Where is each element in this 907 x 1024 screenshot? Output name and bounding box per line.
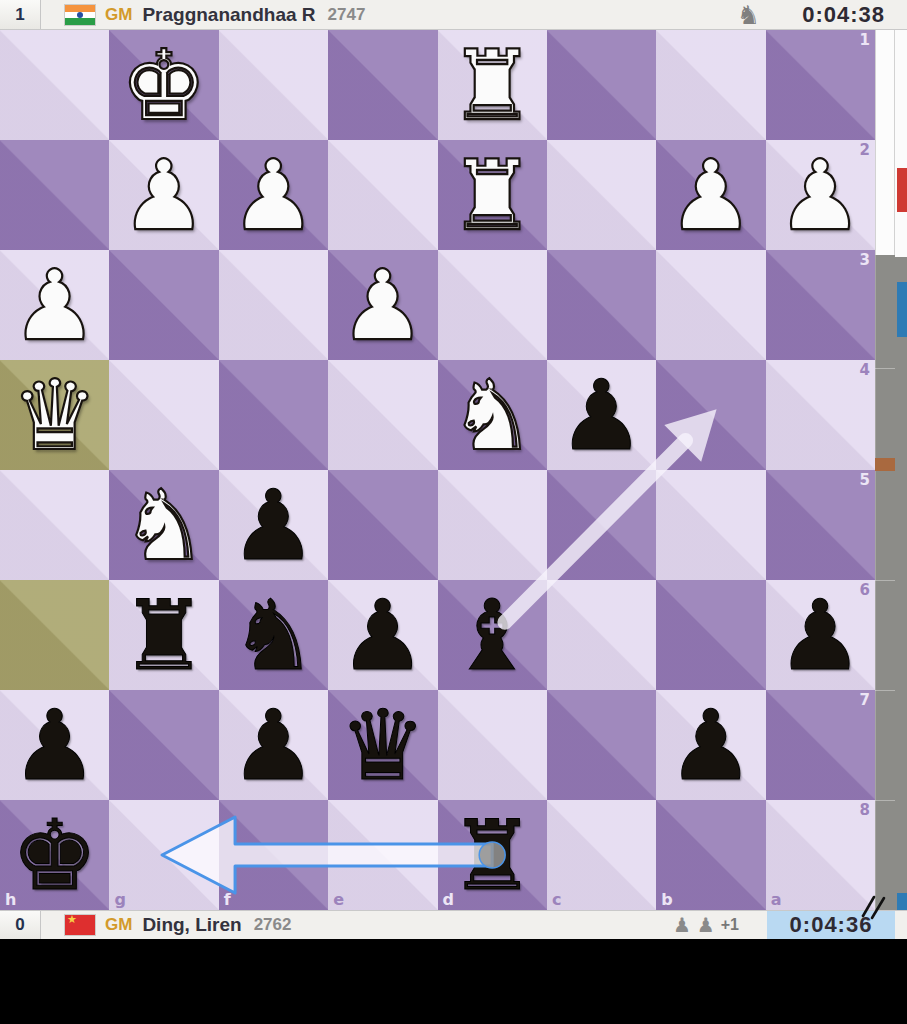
square-b1[interactable] (656, 30, 765, 140)
file-label-h: h (5, 890, 16, 909)
bottom-player-rating: 2762 (254, 915, 292, 935)
top-player-name: Praggnanandhaa R (142, 4, 315, 26)
move-scrollbar-track[interactable] (875, 30, 895, 255)
china-flag-icon: ★ (65, 915, 95, 935)
top-player-title: GM (105, 5, 132, 25)
file-label-f: f (224, 890, 231, 909)
piece-white-pawn[interactable]: ♟ (109, 140, 218, 250)
rank-label-7: 7 (860, 691, 870, 709)
bottom-player-title: GM (105, 915, 132, 935)
piece-white-pawn[interactable]: ♟ (0, 250, 109, 360)
square-c8[interactable]: c (547, 800, 656, 910)
square-e8[interactable]: e (328, 800, 437, 910)
square-b2[interactable]: ♟ (656, 140, 765, 250)
square-d2[interactable]: ♜ (438, 140, 547, 250)
rank-label-8: 8 (860, 801, 870, 819)
square-c6[interactable] (547, 580, 656, 690)
rank-label-6: 6 (860, 581, 870, 599)
india-flag-icon (65, 5, 95, 25)
piece-white-rook[interactable]: ♜ (438, 30, 547, 140)
file-label-a: a (771, 890, 782, 909)
move-scrollbar-thumb[interactable] (875, 255, 895, 910)
piece-white-pawn[interactable]: ♟ (219, 140, 328, 250)
top-player-clock: 0:04:38 (802, 2, 885, 28)
file-label-d: d (443, 890, 454, 909)
piece-black-queen[interactable]: ♛ (328, 690, 437, 800)
rank-label-3: 3 (860, 251, 870, 269)
scrollbar-divider (875, 580, 895, 581)
piece-white-king[interactable]: ♚ (109, 30, 218, 140)
square-b3[interactable] (656, 250, 765, 360)
letterbox-bottom (0, 939, 907, 1024)
square-b8[interactable]: b (656, 800, 765, 910)
square-g8[interactable]: g (109, 800, 218, 910)
square-c4[interactable]: ♟ (547, 360, 656, 470)
piece-black-pawn[interactable]: ♟ (0, 690, 109, 800)
square-e6[interactable]: ♟ (328, 580, 437, 690)
square-f4[interactable] (219, 360, 328, 470)
pawn-icon: ♟ (673, 915, 691, 935)
piece-white-pawn[interactable]: ♟ (328, 250, 437, 360)
square-f3[interactable] (219, 250, 328, 360)
square-e5[interactable] (328, 470, 437, 580)
edge-fragment-red (897, 168, 907, 212)
file-label-c: c (552, 890, 561, 909)
square-f5[interactable]: ♟ (219, 470, 328, 580)
square-g6[interactable]: ♜ (109, 580, 218, 690)
square-f1[interactable] (219, 30, 328, 140)
square-h8[interactable]: ♚h (0, 800, 109, 910)
rank-label-2: 2 (860, 141, 870, 159)
star-icon: ★ (67, 914, 77, 925)
square-h4[interactable]: ♛ (0, 360, 109, 470)
file-label-g: g (114, 890, 125, 909)
piece-white-queen[interactable]: ♛ (0, 360, 109, 470)
viewer-window: 1 GM Praggnanandhaa R 2747 ♞ 0:04:38 ♚♜1… (0, 0, 907, 1024)
pawn-icon: ♟ (697, 915, 715, 935)
square-a5[interactable]: 5 (766, 470, 875, 580)
square-a3[interactable]: 3 (766, 250, 875, 360)
piece-white-pawn[interactable]: ♟ (656, 140, 765, 250)
bottom-player-score: 0 (0, 911, 41, 939)
piece-white-knight[interactable]: ♞ (438, 360, 547, 470)
square-a4[interactable]: 4 (766, 360, 875, 470)
square-d7[interactable] (438, 690, 547, 800)
edge-panel-grey (895, 257, 907, 910)
square-a2[interactable]: ♟2 (766, 140, 875, 250)
piece-black-pawn[interactable]: ♟ (547, 360, 656, 470)
bottom-player-name: Ding, Liren (142, 914, 241, 936)
rank-label-1: 1 (860, 31, 870, 49)
piece-black-bishop[interactable]: ♝ (438, 580, 547, 690)
square-e2[interactable] (328, 140, 437, 250)
top-player-rating: 2747 (328, 5, 366, 25)
square-d1[interactable]: ♜ (438, 30, 547, 140)
square-f6[interactable]: ♞ (219, 580, 328, 690)
piece-black-pawn[interactable]: ♟ (656, 690, 765, 800)
square-c5[interactable] (547, 470, 656, 580)
square-g5[interactable]: ♞ (109, 470, 218, 580)
scrollbar-divider (875, 368, 895, 369)
piece-black-pawn[interactable]: ♟ (219, 470, 328, 580)
rank-label-5: 5 (860, 471, 870, 489)
square-c1[interactable] (547, 30, 656, 140)
top-player-score: 1 (0, 0, 41, 29)
material-count: +1 (721, 916, 739, 934)
square-c3[interactable] (547, 250, 656, 360)
square-g3[interactable] (109, 250, 218, 360)
piece-white-knight[interactable]: ♞ (109, 470, 218, 580)
square-e1[interactable] (328, 30, 437, 140)
square-c2[interactable] (547, 140, 656, 250)
pen-scribble-icon (856, 888, 890, 922)
file-label-b: b (661, 890, 672, 909)
square-g4[interactable] (109, 360, 218, 470)
square-h3[interactable]: ♟ (0, 250, 109, 360)
square-h5[interactable] (0, 470, 109, 580)
scrollbar-divider (875, 800, 895, 801)
edge-fragment-blue (897, 282, 907, 337)
knight-icon: ♞ (737, 2, 760, 28)
square-f8[interactable]: f (219, 800, 328, 910)
square-g2[interactable]: ♟ (109, 140, 218, 250)
bottom-player-bar: 0 ★ GM Ding, Liren 2762 ♟ ♟ +1 0:04:36 (0, 910, 907, 939)
piece-black-rook[interactable]: ♜ (109, 580, 218, 690)
file-label-e: e (333, 890, 344, 909)
square-f7[interactable]: ♟ (219, 690, 328, 800)
piece-white-rook[interactable]: ♜ (438, 140, 547, 250)
square-d8[interactable]: ♜d (438, 800, 547, 910)
piece-black-king[interactable]: ♚ (0, 800, 109, 910)
square-b6[interactable] (656, 580, 765, 690)
square-h6[interactable] (0, 580, 109, 690)
square-e4[interactable] (328, 360, 437, 470)
square-a1[interactable]: 1 (766, 30, 875, 140)
square-h7[interactable]: ♟ (0, 690, 109, 800)
square-g7[interactable] (109, 690, 218, 800)
piece-black-pawn[interactable]: ♟ (328, 580, 437, 690)
square-a6[interactable]: ♟6 (766, 580, 875, 690)
square-h1[interactable] (0, 30, 109, 140)
square-e3[interactable]: ♟ (328, 250, 437, 360)
square-e7[interactable]: ♛ (328, 690, 437, 800)
square-h2[interactable] (0, 140, 109, 250)
captured-material: ♟ ♟ +1 (673, 915, 739, 935)
square-d6[interactable]: ♝ (438, 580, 547, 690)
square-g1[interactable]: ♚ (109, 30, 218, 140)
chakra-dot (77, 12, 83, 18)
square-a7[interactable]: 7 (766, 690, 875, 800)
square-b7[interactable]: ♟ (656, 690, 765, 800)
square-b5[interactable] (656, 470, 765, 580)
square-b4[interactable] (656, 360, 765, 470)
square-d3[interactable] (438, 250, 547, 360)
square-d4[interactable]: ♞ (438, 360, 547, 470)
piece-black-pawn[interactable]: ♟ (219, 690, 328, 800)
rank-label-4: 4 (860, 361, 870, 379)
scrollbar-orange-marker (875, 458, 895, 471)
top-player-bar: 1 GM Praggnanandhaa R 2747 ♞ 0:04:38 (0, 0, 907, 30)
square-f2[interactable]: ♟ (219, 140, 328, 250)
square-c7[interactable] (547, 690, 656, 800)
piece-black-knight[interactable]: ♞ (219, 580, 328, 690)
square-d5[interactable] (438, 470, 547, 580)
chess-board[interactable]: ♚♜1♟♟♜♟♟2♟♟3♛♞♟4♞♟5♜♞♟♝♟6♟♟♛♟7♚hgfe♜dcb8… (0, 30, 875, 910)
scrollbar-divider (875, 690, 895, 691)
